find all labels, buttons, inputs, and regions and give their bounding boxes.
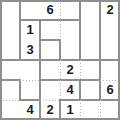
cell-r5c6[interactable]: 6 <box>100 80 120 100</box>
cell-r4c1[interactable] <box>0 60 20 80</box>
cell-r6c4[interactable]: 1 <box>60 100 80 120</box>
cell-r4c2[interactable] <box>20 60 40 80</box>
cell-r4c6[interactable] <box>100 60 120 80</box>
cell-r2c1[interactable] <box>0 20 20 40</box>
cell-r3c1[interactable] <box>0 40 20 60</box>
cell-r3c4[interactable] <box>60 40 80 60</box>
cell-r1c6[interactable]: 2 <box>100 0 120 20</box>
cell-r5c1[interactable] <box>0 80 20 100</box>
cell-r3c2[interactable]: 3 <box>20 40 40 60</box>
cell-r3c3[interactable] <box>40 40 60 60</box>
cell-r4c4[interactable]: 2 <box>60 60 80 80</box>
cell-r6c2[interactable]: 4 <box>20 100 40 120</box>
cell-r1c2[interactable] <box>20 0 40 20</box>
cell-r5c5[interactable] <box>80 80 100 100</box>
cell-r2c5[interactable] <box>80 20 100 40</box>
cell-r1c1[interactable] <box>0 0 20 20</box>
cell-r2c6[interactable] <box>100 20 120 40</box>
cell-r6c6[interactable] <box>100 100 120 120</box>
cell-r1c3[interactable]: 6 <box>40 0 60 20</box>
cell-r5c4[interactable]: 4 <box>60 80 80 100</box>
cell-r2c4[interactable] <box>60 20 80 40</box>
cell-r5c3[interactable] <box>40 80 60 100</box>
cell-r4c3[interactable] <box>40 60 60 80</box>
cell-grid: 6213246421 <box>0 0 120 120</box>
cell-r3c6[interactable] <box>100 40 120 60</box>
cell-r1c5[interactable] <box>80 0 100 20</box>
cell-r5c2[interactable] <box>20 80 40 100</box>
cell-r6c1[interactable] <box>0 100 20 120</box>
cell-r4c5[interactable] <box>80 60 100 80</box>
cell-r6c5[interactable] <box>80 100 100 120</box>
cell-r2c3[interactable] <box>40 20 60 40</box>
cell-r2c2[interactable]: 1 <box>20 20 40 40</box>
puzzle-board: 6213246421 <box>0 0 120 120</box>
cell-r3c5[interactable] <box>80 40 100 60</box>
cell-r6c3[interactable]: 2 <box>40 100 60 120</box>
cell-r1c4[interactable] <box>60 0 80 20</box>
